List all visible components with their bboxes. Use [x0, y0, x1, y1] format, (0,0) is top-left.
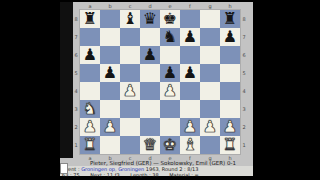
file-label-d: d [140, 3, 160, 9]
square-d3[interactable] [140, 100, 160, 118]
square-f1[interactable]: ♝ [180, 136, 200, 154]
square-h6[interactable] [220, 46, 240, 64]
rank-label-5: 5 [73, 64, 79, 82]
rank-label-3: 3 [241, 100, 247, 118]
square-d2[interactable] [140, 118, 160, 136]
square-d7[interactable] [140, 28, 160, 46]
square-a2[interactable]: ♟ [80, 118, 100, 136]
scrollbar-thumb[interactable] [60, 163, 68, 174]
square-h1[interactable]: ♜ [220, 136, 240, 154]
chess-board[interactable]: ♜♝♛♚♜♞♟♟♟♟♟♟♟♟♟♞♟♟♟♟♟♜♛♚♝♜ [80, 10, 240, 154]
material-value: Material : = [169, 172, 198, 178]
white-rook[interactable]: ♜ [223, 136, 237, 154]
white-king[interactable]: ♚ [163, 136, 177, 154]
square-d8[interactable]: ♛ [140, 10, 160, 28]
square-f4[interactable] [180, 82, 200, 100]
square-b2[interactable]: ♟ [100, 118, 120, 136]
square-f8[interactable] [180, 10, 200, 28]
square-g6[interactable] [200, 46, 220, 64]
square-h8[interactable]: ♜ [220, 10, 240, 28]
file-label-f: f [180, 3, 200, 9]
square-c1[interactable] [120, 136, 140, 154]
black-pawn[interactable]: ♟ [103, 64, 117, 82]
square-c6[interactable] [120, 46, 140, 64]
rank-label-1: 1 [241, 136, 247, 154]
square-g2[interactable]: ♟ [200, 118, 220, 136]
white-pawn[interactable]: ♟ [123, 82, 137, 100]
square-f7[interactable]: ♟ [180, 28, 200, 46]
rank-label-7: 7 [241, 28, 247, 46]
white-rook[interactable]: ♜ [83, 136, 97, 154]
white-pawn[interactable]: ♟ [223, 118, 237, 136]
square-e2[interactable] [160, 118, 180, 136]
square-a7[interactable] [80, 28, 100, 46]
black-bishop[interactable]: ♝ [123, 10, 137, 28]
square-f5[interactable]: ♟ [180, 64, 200, 82]
black-pawn[interactable]: ♟ [183, 28, 197, 46]
black-rook[interactable]: ♜ [83, 10, 97, 28]
square-d1[interactable]: ♛ [140, 136, 160, 154]
square-b5[interactable]: ♟ [100, 64, 120, 82]
square-b8[interactable] [100, 10, 120, 28]
square-c3[interactable] [120, 100, 140, 118]
square-c4[interactable]: ♟ [120, 82, 140, 100]
square-g7[interactable] [200, 28, 220, 46]
square-b1[interactable] [100, 136, 120, 154]
square-e4[interactable]: ♟ [160, 82, 180, 100]
stats-line: 63 : 75 Next : 11.f3 Length : 38 Materia… [62, 172, 253, 178]
square-d5[interactable] [140, 64, 160, 82]
square-a1[interactable]: ♜ [80, 136, 100, 154]
black-knight[interactable]: ♞ [163, 28, 177, 46]
square-a3[interactable]: ♞ [80, 100, 100, 118]
rank-label-4: 4 [73, 82, 79, 100]
white-bishop[interactable]: ♝ [183, 136, 197, 154]
black-pawn[interactable]: ♟ [223, 28, 237, 46]
white-pawn[interactable]: ♟ [83, 118, 97, 136]
file-label-h: h [220, 3, 240, 9]
white-pawn[interactable]: ♟ [203, 118, 217, 136]
square-e5[interactable]: ♟ [160, 64, 180, 82]
square-h2[interactable]: ♟ [220, 118, 240, 136]
file-label-a: a [80, 3, 100, 9]
square-h3[interactable] [220, 100, 240, 118]
square-c7[interactable] [120, 28, 140, 46]
game-length-value: Length : 38 [130, 172, 158, 178]
white-queen[interactable]: ♛ [143, 136, 157, 154]
rank-label-5: 5 [241, 64, 247, 82]
square-a6[interactable]: ♟ [80, 46, 100, 64]
square-g8[interactable] [200, 10, 220, 28]
next-move-value: Next : 11.f3 [90, 172, 119, 178]
square-b4[interactable] [100, 82, 120, 100]
square-g1[interactable] [200, 136, 220, 154]
black-king[interactable]: ♚ [163, 10, 177, 28]
square-b6[interactable] [100, 46, 120, 64]
square-f6[interactable] [180, 46, 200, 64]
file-label-e: e [160, 3, 180, 9]
square-g4[interactable] [200, 82, 220, 100]
rank-label-2: 2 [73, 118, 79, 136]
left-black-bar [60, 2, 73, 158]
rank-label-7: 7 [73, 28, 79, 46]
square-e3[interactable] [160, 100, 180, 118]
rank-label-1: 1 [73, 136, 79, 154]
square-a5[interactable] [80, 64, 100, 82]
square-a4[interactable] [80, 82, 100, 100]
rank-label-4: 4 [241, 82, 247, 100]
square-c5[interactable] [120, 64, 140, 82]
white-pawn[interactable]: ♟ [163, 82, 177, 100]
square-d6[interactable]: ♟ [140, 46, 160, 64]
rank-label-6: 6 [73, 46, 79, 64]
rank-label-8: 8 [241, 10, 247, 28]
file-label-c: c [120, 3, 140, 9]
rank-label-6: 6 [241, 46, 247, 64]
square-a8[interactable]: ♜ [80, 10, 100, 28]
rank-label-3: 3 [73, 100, 79, 118]
black-pawn[interactable]: ♟ [183, 64, 197, 82]
square-e8[interactable]: ♚ [160, 10, 180, 28]
rank-label-2: 2 [241, 118, 247, 136]
square-f3[interactable] [180, 100, 200, 118]
white-pawn[interactable]: ♟ [103, 118, 117, 136]
black-pawn[interactable]: ♟ [143, 46, 157, 64]
square-h4[interactable] [220, 82, 240, 100]
square-d4[interactable] [140, 82, 160, 100]
square-e6[interactable] [160, 46, 180, 64]
square-h5[interactable] [220, 64, 240, 82]
black-pawn[interactable]: ♟ [83, 46, 97, 64]
white-pawn[interactable]: ♟ [183, 118, 197, 136]
file-label-g: g [200, 3, 220, 9]
square-h7[interactable]: ♟ [220, 28, 240, 46]
file-label-b: b [100, 3, 120, 9]
square-f2[interactable]: ♟ [180, 118, 200, 136]
black-queen[interactable]: ♛ [143, 10, 157, 28]
square-g3[interactable] [200, 100, 220, 118]
black-rook[interactable]: ♜ [223, 10, 237, 28]
square-e1[interactable]: ♚ [160, 136, 180, 154]
rank-label-8: 8 [73, 10, 79, 28]
square-g5[interactable] [200, 64, 220, 82]
black-pawn[interactable]: ♟ [163, 64, 177, 82]
square-c8[interactable]: ♝ [120, 10, 140, 28]
square-b3[interactable] [100, 100, 120, 118]
square-c2[interactable] [120, 118, 140, 136]
white-knight[interactable]: ♞ [83, 100, 97, 118]
square-b7[interactable] [100, 28, 120, 46]
video-frame: ♜♝♛♚♜♞♟♟♟♟♟♟♟♟♟♞♟♟♟♟♟♜♛♚♝♜ aabbccddeeffg… [0, 0, 320, 180]
chess-app-window: ♜♝♛♚♜♞♟♟♟♟♟♟♟♟♟♞♟♟♟♟♟♜♛♚♝♜ aabbccddeeffg… [60, 2, 253, 176]
square-e7[interactable]: ♞ [160, 28, 180, 46]
